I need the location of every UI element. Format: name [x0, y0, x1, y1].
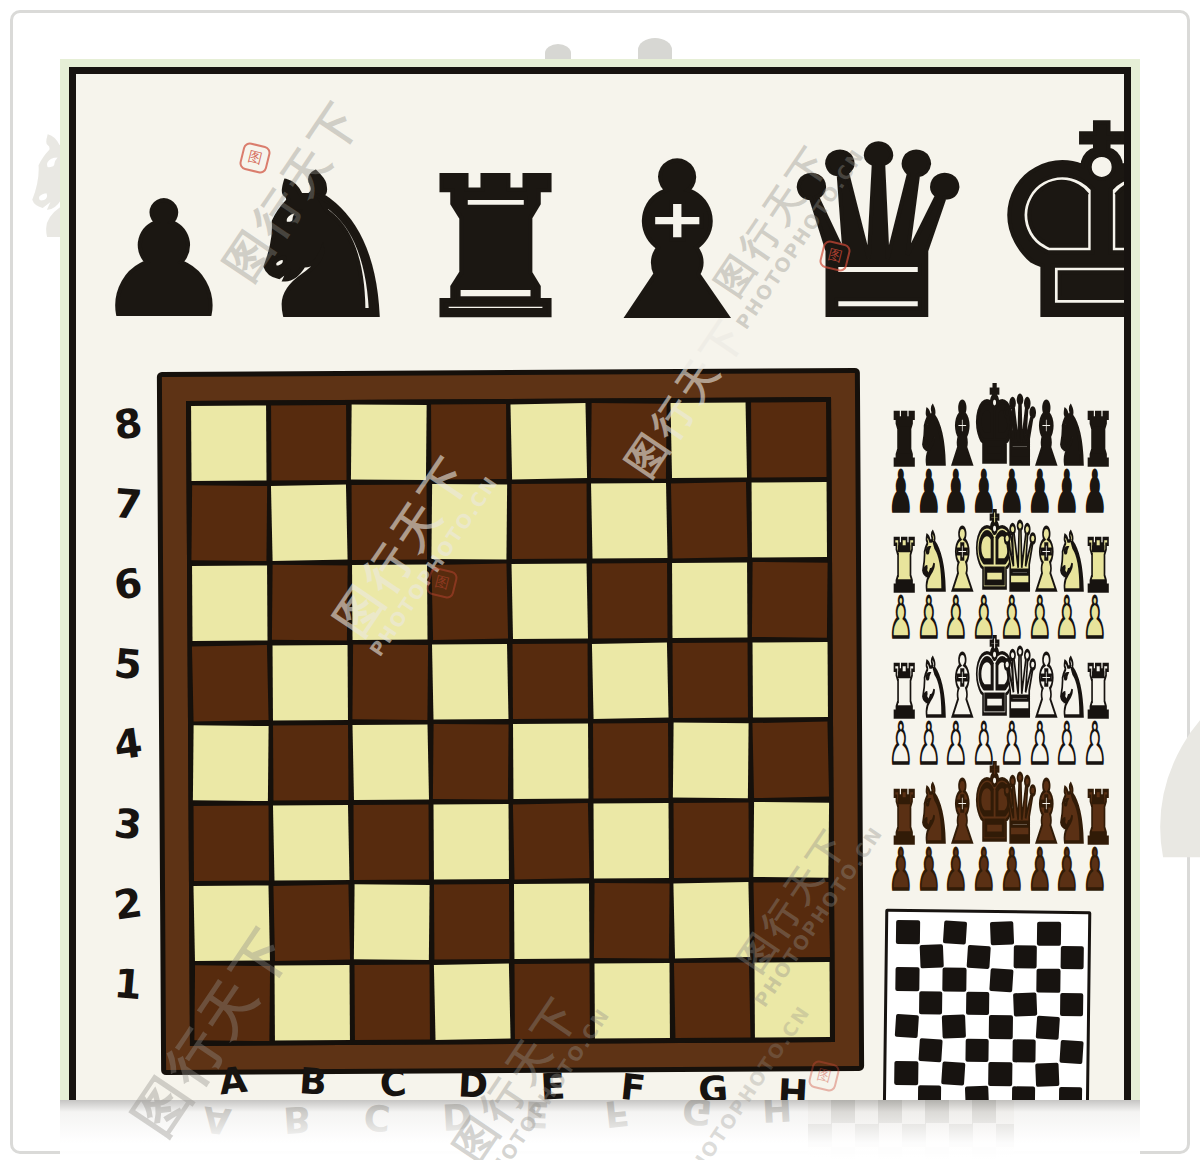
square-a6	[192, 565, 267, 640]
set-black-bishop-2: ♝	[944, 401, 956, 468]
mini-square-r2c7	[1060, 969, 1084, 993]
square-e2	[514, 884, 589, 959]
mini-square-r7c2	[941, 1085, 965, 1100]
mini-square-r1c0	[896, 943, 920, 967]
square-a1	[194, 965, 270, 1041]
set-brown-pawn-6: ♟	[1055, 848, 1067, 892]
rank-label-5: 5	[99, 622, 158, 706]
set-brown-pawn-1: ♟	[916, 848, 928, 892]
square-d4	[433, 724, 509, 800]
square-h8	[751, 402, 826, 477]
mini-square-r3c3	[966, 991, 990, 1015]
mini-square-r3c1	[919, 991, 943, 1015]
set-cream-bishop-2: ♝	[944, 527, 956, 594]
square-b6	[272, 565, 348, 641]
mini-square-r7c6	[1035, 1086, 1059, 1100]
file-label-c: C	[351, 1060, 434, 1100]
top-piece-black-queen: ♛	[773, 142, 984, 325]
mini-square-r6c4	[988, 1062, 1012, 1086]
set-cream-pawn-6: ♟	[1055, 596, 1067, 640]
set-brown-back-row: ♜♞♝♚♛♝♞♜	[882, 770, 1102, 846]
mini-square-r7c4	[988, 1086, 1012, 1100]
file-label-f: F	[591, 1063, 675, 1100]
artwork-canvas: ♟♞♜♝♛♚♚♛♝♜♞♟ 87654321 ABCDEFGH ♜♞♝♚♛♝♞♜♟…	[69, 67, 1131, 1100]
canvas-reflection: ABCDEFGH	[60, 1100, 1140, 1160]
square-b8	[271, 405, 346, 480]
top-piece-black-pawn: ♟	[94, 200, 234, 322]
square-g5	[673, 643, 748, 718]
mini-square-r0c5	[1013, 921, 1037, 945]
rank-label-6: 6	[97, 541, 160, 627]
rank-label-8: 8	[97, 381, 160, 467]
mini-square-r6c6	[1035, 1063, 1059, 1087]
mini-square-r1c6	[1037, 945, 1061, 969]
set-brown-king-3: ♚	[972, 763, 984, 846]
set-white-pawn-0: ♟	[889, 722, 901, 766]
mini-square-r4c7	[1059, 1016, 1083, 1040]
square-a5	[192, 645, 269, 722]
square-e6	[512, 564, 589, 639]
square-f4	[593, 723, 668, 798]
square-f5	[592, 642, 669, 719]
set-white-bishop-5: ♝	[1027, 653, 1039, 720]
square-a2	[193, 885, 270, 960]
square-d8	[431, 404, 506, 479]
reflection-fade	[60, 1100, 1140, 1160]
set-white-bishop-2: ♝	[944, 653, 956, 720]
set-white-pawn-7: ♟	[1083, 722, 1095, 766]
mini-square-r1c4	[990, 945, 1014, 969]
square-f2	[594, 883, 670, 959]
set-cream-back-row: ♜♞♝♚♛♝♞♜	[882, 518, 1102, 594]
set-brown-bishop-5: ♝	[1027, 779, 1039, 846]
rank-labels: 87654321	[102, 384, 154, 1024]
square-d5	[432, 644, 509, 719]
set-cream-pawn-0: ♟	[889, 596, 901, 640]
mini-square-r6c2	[941, 1061, 965, 1085]
set-black-king-3: ♚	[972, 385, 984, 468]
mini-square-r7c5	[1011, 1086, 1035, 1100]
mini-square-r7c3	[964, 1085, 988, 1100]
square-h7	[752, 482, 827, 557]
top-piece-black-knight: ♞	[234, 171, 410, 324]
mini-square-r3c4	[989, 992, 1013, 1016]
set-black-pawn-0: ♟	[889, 470, 901, 514]
square-d1	[434, 963, 511, 1040]
piece-set-brown: ♜♞♝♚♛♝♞♜♟♟♟♟♟♟♟♟	[882, 770, 1102, 892]
mini-square-r2c4	[989, 968, 1013, 992]
square-a8	[191, 405, 266, 480]
mini-square-r0c7	[1060, 922, 1084, 946]
set-black-pawn-7: ♟	[1083, 470, 1095, 514]
square-f7	[591, 483, 668, 558]
square-a3	[194, 805, 269, 880]
square-e3	[513, 803, 590, 880]
mini-square-r5c4	[988, 1039, 1012, 1063]
square-g4	[673, 722, 749, 798]
set-cream-pawn-7: ♟	[1083, 596, 1095, 640]
chessboard	[186, 397, 835, 1046]
square-h2	[753, 882, 830, 957]
mini-checkerboard-grid	[894, 920, 1080, 1100]
square-g6	[672, 563, 747, 638]
mini-square-r0c2	[943, 920, 967, 944]
mini-square-r2c6	[1036, 969, 1060, 993]
square-c1	[354, 964, 429, 1039]
square-c5	[352, 644, 428, 720]
mini-square-r3c2	[942, 991, 966, 1015]
set-black-pawn-1: ♟	[916, 470, 928, 514]
mini-square-r1c1	[919, 944, 943, 968]
mini-square-r6c1	[918, 1061, 942, 1085]
chessboard-frame	[157, 368, 864, 1075]
square-d2	[434, 884, 509, 959]
mini-square-r5c7	[1059, 1039, 1083, 1063]
set-white-king-3: ♚	[972, 637, 984, 720]
set-brown-bishop-2: ♝	[944, 779, 956, 846]
mini-checkerboard	[883, 909, 1092, 1100]
square-h5	[753, 642, 828, 717]
square-c3	[354, 805, 429, 880]
mini-square-r4c2	[942, 1014, 966, 1038]
set-white-back-row: ♜♞♝♚♛♝♞♜	[882, 644, 1102, 720]
square-e5	[513, 644, 588, 719]
set-brown-queen-4: ♛	[1000, 773, 1012, 846]
mini-square-r4c0	[895, 1014, 919, 1038]
file-label-d: D	[432, 1062, 514, 1100]
mini-square-r3c6	[1036, 992, 1060, 1016]
top-piece-lineup: ♟♞♜♝♛♚♚♛♝♜♞♟	[94, 88, 1108, 314]
mini-square-r5c2	[941, 1038, 965, 1062]
file-label-a: A	[191, 1056, 275, 1100]
set-brown-pawn-2: ♟	[944, 848, 956, 892]
mini-square-r2c0	[895, 967, 919, 991]
mini-square-r4c4	[989, 1015, 1013, 1039]
square-b3	[273, 805, 350, 880]
set-cream-pawn-1: ♟	[916, 596, 928, 640]
square-a7	[191, 485, 267, 561]
set-brown-pawn-5: ♟	[1027, 848, 1039, 892]
mini-square-r1c3	[966, 944, 990, 968]
square-f1	[594, 963, 669, 1038]
mini-square-r5c6	[1035, 1039, 1059, 1063]
set-black-queen-4: ♛	[1000, 395, 1012, 468]
square-h6	[752, 562, 828, 638]
mini-square-r5c5	[1012, 1039, 1036, 1063]
top-piece-black-rook: ♜	[410, 174, 582, 324]
square-c8	[351, 404, 427, 480]
set-cream-king-3: ♚	[972, 511, 984, 594]
set-brown-pawn-7: ♟	[1083, 848, 1095, 892]
set-white-pawn-1: ♟	[916, 722, 928, 766]
mini-square-r2c5	[1013, 968, 1037, 992]
mini-square-r4c1	[918, 1014, 942, 1038]
set-black-pawn-6: ♟	[1055, 470, 1067, 514]
square-h1	[754, 962, 829, 1037]
square-f3	[594, 803, 669, 878]
set-white-pawn-2: ♟	[944, 722, 956, 766]
square-b4	[273, 725, 348, 800]
mini-square-r5c3	[965, 1038, 989, 1062]
mini-square-r2c1	[919, 967, 943, 991]
square-d6	[431, 563, 508, 640]
mini-square-r0c4	[990, 921, 1014, 945]
page: { "game": "chess", "position": { "fen": …	[0, 0, 1200, 1160]
mini-square-r6c3	[965, 1062, 989, 1086]
mini-square-r4c5	[1012, 1015, 1036, 1039]
set-brown-pawn-0: ♟	[889, 848, 901, 892]
mini-square-r7c0	[894, 1084, 918, 1100]
square-b7	[271, 484, 348, 561]
set-cream-queen-4: ♛	[1000, 521, 1012, 594]
square-d3	[434, 804, 509, 879]
mini-square-r4c6	[1036, 1016, 1060, 1040]
square-c4	[352, 725, 429, 800]
mini-square-r0c6	[1037, 922, 1061, 946]
square-h3	[753, 802, 829, 878]
square-g3	[674, 803, 749, 878]
set-brown-pawn-4: ♟	[1000, 848, 1012, 892]
file-label-h: H	[752, 1070, 834, 1100]
square-c2	[354, 884, 430, 960]
square-e7	[512, 484, 587, 559]
mini-square-r2c2	[942, 967, 966, 991]
square-g8	[671, 403, 748, 478]
set-white-pawn-6: ♟	[1055, 722, 1067, 766]
set-brown-pawn-3: ♟	[972, 848, 984, 892]
square-g7	[671, 482, 748, 559]
mini-square-r1c7	[1060, 945, 1084, 969]
mini-square-r6c5	[1012, 1062, 1036, 1086]
square-b2	[273, 884, 350, 961]
set-black-back-row: ♜♞♝♚♛♝♞♜	[882, 392, 1102, 468]
top-piece-black-bishop: ♝	[582, 159, 773, 325]
set-cream-pawn-2: ♟	[944, 596, 956, 640]
set-cream-bishop-5: ♝	[1027, 527, 1039, 594]
mini-square-r3c5	[1013, 992, 1037, 1016]
square-e1	[514, 964, 589, 1039]
mini-square-r6c7	[1059, 1063, 1083, 1087]
mini-square-r0c1	[919, 920, 943, 944]
rank-label-1: 1	[99, 942, 158, 1026]
square-f6	[592, 563, 667, 638]
square-e4	[513, 724, 588, 799]
square-b5	[273, 645, 348, 720]
rank-label-7: 7	[99, 462, 158, 546]
square-d7	[431, 484, 507, 560]
set-white-queen-4: ♛	[1000, 647, 1012, 720]
mini-square-r7c1	[917, 1085, 941, 1100]
mini-square-r3c7	[1060, 992, 1084, 1016]
rank-label-2: 2	[97, 861, 160, 947]
mini-square-r1c2	[943, 944, 967, 968]
rank-label-4: 4	[97, 701, 160, 787]
square-f8	[591, 403, 667, 479]
file-label-e: E	[512, 1064, 594, 1100]
mini-square-r1c5	[1013, 945, 1037, 969]
file-labels: ABCDEFGH	[193, 1058, 833, 1099]
mini-square-r0c0	[896, 920, 920, 944]
mini-square-r0c3	[966, 921, 990, 945]
mini-square-r3c0	[895, 990, 919, 1014]
square-c6	[352, 565, 427, 640]
rank-label-3: 3	[99, 782, 158, 866]
set-black-pawn-2: ♟	[944, 470, 956, 514]
square-g2	[673, 882, 750, 959]
mini-square-r2c3	[966, 968, 990, 992]
file-label-b: B	[272, 1058, 355, 1100]
square-g1	[674, 963, 751, 1038]
mini-square-r5c1	[918, 1038, 942, 1062]
file-label-g: G	[672, 1066, 755, 1100]
top-piece-black-king: ♚	[983, 121, 1131, 327]
mini-square-r7c7	[1058, 1086, 1082, 1100]
square-h4	[752, 721, 829, 798]
square-c7	[352, 485, 427, 560]
mini-square-r5c0	[894, 1037, 918, 1061]
mini-square-r6c0	[894, 1061, 918, 1085]
mini-square-r4c3	[965, 1015, 989, 1039]
square-b1	[274, 965, 349, 1040]
set-black-bishop-5: ♝	[1027, 401, 1039, 468]
square-a4	[193, 725, 269, 801]
square-e8	[510, 403, 587, 480]
